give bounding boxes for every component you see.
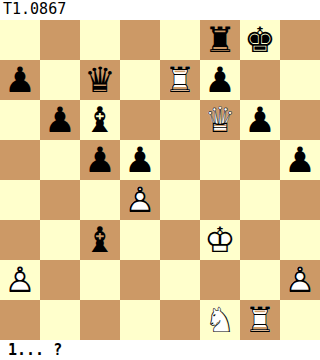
square-e3[interactable]	[160, 220, 200, 260]
square-a1[interactable]	[0, 300, 40, 340]
square-b8[interactable]	[40, 20, 80, 60]
white-queen[interactable]: ♛♕	[200, 100, 240, 140]
square-b1[interactable]	[40, 300, 80, 340]
piece-fill-layer: ♚	[240, 20, 280, 60]
piece-outline-layer: ♙	[280, 260, 320, 300]
square-c7[interactable]: ♛	[80, 60, 120, 100]
square-h4[interactable]	[280, 180, 320, 220]
square-e8[interactable]	[160, 20, 200, 60]
white-knight[interactable]: ♞♘	[200, 300, 240, 340]
square-a3[interactable]	[0, 220, 40, 260]
square-g7[interactable]	[240, 60, 280, 100]
square-c5[interactable]: ♟	[80, 140, 120, 180]
piece-outline-layer: ♙	[120, 180, 160, 220]
square-c3[interactable]: ♝	[80, 220, 120, 260]
black-pawn[interactable]: ♟	[240, 100, 280, 140]
square-h1[interactable]	[280, 300, 320, 340]
piece-fill-layer: ♛	[80, 60, 120, 100]
square-f6[interactable]: ♛♕	[200, 100, 240, 140]
square-a5[interactable]	[0, 140, 40, 180]
square-a8[interactable]	[0, 20, 40, 60]
piece-outline-layer: ♙	[0, 260, 40, 300]
piece-fill-layer: ♜	[200, 20, 240, 60]
white-king[interactable]: ♚♔	[200, 220, 240, 260]
square-d3[interactable]	[120, 220, 160, 260]
square-e6[interactable]	[160, 100, 200, 140]
square-d7[interactable]	[120, 60, 160, 100]
white-pawn[interactable]: ♟♙	[0, 260, 40, 300]
square-g6[interactable]: ♟	[240, 100, 280, 140]
square-e2[interactable]	[160, 260, 200, 300]
square-g8[interactable]: ♚	[240, 20, 280, 60]
square-f8[interactable]: ♜	[200, 20, 240, 60]
puzzle-id: T1.0867	[0, 0, 320, 20]
square-b6[interactable]: ♟	[40, 100, 80, 140]
square-a7[interactable]: ♟	[0, 60, 40, 100]
square-g3[interactable]	[240, 220, 280, 260]
square-b4[interactable]	[40, 180, 80, 220]
square-e4[interactable]	[160, 180, 200, 220]
square-c6[interactable]: ♝	[80, 100, 120, 140]
piece-outline-layer: ♘	[200, 300, 240, 340]
square-g4[interactable]	[240, 180, 280, 220]
square-a4[interactable]	[0, 180, 40, 220]
square-e1[interactable]	[160, 300, 200, 340]
piece-fill-layer: ♟	[120, 140, 160, 180]
square-h6[interactable]	[280, 100, 320, 140]
piece-fill-layer: ♟	[240, 100, 280, 140]
piece-fill-layer: ♝	[80, 220, 120, 260]
black-pawn[interactable]: ♟	[40, 100, 80, 140]
square-e7[interactable]: ♜♖	[160, 60, 200, 100]
square-h8[interactable]	[280, 20, 320, 60]
square-f7[interactable]: ♟	[200, 60, 240, 100]
white-pawn[interactable]: ♟♙	[120, 180, 160, 220]
black-bishop[interactable]: ♝	[80, 220, 120, 260]
square-b5[interactable]	[40, 140, 80, 180]
white-rook[interactable]: ♜♖	[240, 300, 280, 340]
square-a6[interactable]	[0, 100, 40, 140]
square-f1[interactable]: ♞♘	[200, 300, 240, 340]
square-g5[interactable]	[240, 140, 280, 180]
square-d4[interactable]: ♟♙	[120, 180, 160, 220]
black-pawn[interactable]: ♟	[120, 140, 160, 180]
square-b2[interactable]	[40, 260, 80, 300]
square-h5[interactable]: ♟	[280, 140, 320, 180]
black-bishop[interactable]: ♝	[80, 100, 120, 140]
piece-fill-layer: ♟	[0, 60, 40, 100]
square-d2[interactable]	[120, 260, 160, 300]
square-h3[interactable]	[280, 220, 320, 260]
piece-fill-layer: ♟	[280, 140, 320, 180]
black-pawn[interactable]: ♟	[0, 60, 40, 100]
piece-outline-layer: ♕	[200, 100, 240, 140]
square-d8[interactable]	[120, 20, 160, 60]
square-c8[interactable]	[80, 20, 120, 60]
square-e5[interactable]	[160, 140, 200, 180]
piece-outline-layer: ♔	[200, 220, 240, 260]
black-king[interactable]: ♚	[240, 20, 280, 60]
piece-fill-layer: ♟	[80, 140, 120, 180]
black-pawn[interactable]: ♟	[200, 60, 240, 100]
piece-fill-layer: ♝	[80, 100, 120, 140]
white-rook[interactable]: ♜♖	[160, 60, 200, 100]
chess-board: ♜♚♟♛♜♖♟♟♝♛♕♟♟♟♟♟♙♝♚♔♟♙♟♙♞♘♜♖	[0, 20, 320, 340]
black-pawn[interactable]: ♟	[80, 140, 120, 180]
square-c2[interactable]	[80, 260, 120, 300]
square-c1[interactable]	[80, 300, 120, 340]
square-a2[interactable]: ♟♙	[0, 260, 40, 300]
move-prompt: 1... ?	[0, 340, 320, 360]
square-d1[interactable]	[120, 300, 160, 340]
piece-outline-layer: ♖	[240, 300, 280, 340]
white-pawn[interactable]: ♟♙	[280, 260, 320, 300]
square-g2[interactable]	[240, 260, 280, 300]
square-f5[interactable]	[200, 140, 240, 180]
black-rook[interactable]: ♜	[200, 20, 240, 60]
square-g1[interactable]: ♜♖	[240, 300, 280, 340]
square-f2[interactable]	[200, 260, 240, 300]
square-h2[interactable]: ♟♙	[280, 260, 320, 300]
square-h7[interactable]	[280, 60, 320, 100]
piece-outline-layer: ♖	[160, 60, 200, 100]
black-queen[interactable]: ♛	[80, 60, 120, 100]
square-d5[interactable]: ♟	[120, 140, 160, 180]
square-b3[interactable]	[40, 220, 80, 260]
piece-fill-layer: ♟	[200, 60, 240, 100]
square-f4[interactable]	[200, 180, 240, 220]
square-b7[interactable]	[40, 60, 80, 100]
square-d6[interactable]	[120, 100, 160, 140]
square-f3[interactable]: ♚♔	[200, 220, 240, 260]
square-c4[interactable]	[80, 180, 120, 220]
black-pawn[interactable]: ♟	[280, 140, 320, 180]
piece-fill-layer: ♟	[40, 100, 80, 140]
